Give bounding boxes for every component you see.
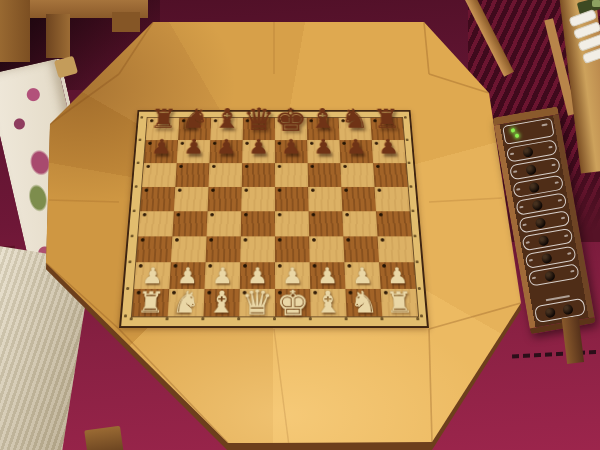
console-label-mark: [558, 199, 562, 202]
square-c5[interactable]: [208, 187, 242, 211]
square-e5[interactable]: [275, 187, 309, 211]
piece-white-rook[interactable]: ♜: [379, 288, 420, 318]
square-a4[interactable]: [138, 211, 174, 236]
square-h6[interactable]: [373, 163, 408, 187]
square-g5[interactable]: [341, 187, 376, 211]
console-button[interactable]: [525, 164, 537, 176]
piece-black-pawn[interactable]: ♟: [306, 135, 341, 159]
console-leg: [562, 316, 584, 364]
console-button[interactable]: [522, 146, 534, 158]
square-a7[interactable]: ♟: [144, 140, 178, 163]
square-a3[interactable]: [136, 236, 172, 262]
console-button[interactable]: [532, 199, 544, 211]
cable-on-carpet: [512, 350, 600, 359]
square-b1[interactable]: ♞: [168, 289, 205, 316]
piece-white-queen[interactable]: ♛: [237, 288, 276, 318]
console-label-mark: [532, 277, 536, 280]
console-label-mark: [529, 259, 533, 262]
piece-white-king[interactable]: ♚: [273, 288, 312, 318]
square-a1[interactable]: ♜: [132, 289, 169, 316]
square-d3[interactable]: [240, 236, 275, 262]
square-b6[interactable]: [175, 163, 209, 187]
square-g3[interactable]: [343, 236, 379, 262]
square-g1[interactable]: ♞: [345, 289, 382, 316]
piece-white-bishop[interactable]: ♝: [202, 288, 242, 318]
console-label-mark: [526, 241, 530, 244]
square-e6[interactable]: [275, 163, 308, 187]
square-d5[interactable]: [241, 187, 275, 211]
console-label-mark: [522, 223, 526, 226]
photo-scene: ♜♞♝♛♚♝♞♜♟♟♟♟♟♟♟♟♟♟♟♟♟♟♟♟♜♞♝♛♚♝♞♜: [0, 0, 600, 450]
led-indicator: [511, 128, 516, 133]
cabinet-leg: [46, 14, 70, 58]
square-h4[interactable]: [376, 211, 412, 236]
piece-white-knight[interactable]: ♞: [344, 288, 385, 318]
console-label-mark: [541, 123, 547, 126]
square-b5[interactable]: [174, 187, 209, 211]
square-e4[interactable]: [275, 211, 309, 236]
cabinet-leg: [112, 12, 140, 32]
square-c1[interactable]: ♝: [203, 289, 239, 316]
margin-pin-dot: [133, 210, 136, 213]
margin-pin-dot: [409, 185, 412, 187]
margin-pin-dot: [408, 162, 411, 164]
square-d1[interactable]: ♛: [239, 289, 275, 316]
cabinet-corner: [0, 0, 30, 62]
square-f7[interactable]: ♟: [307, 140, 340, 163]
square-f3[interactable]: [309, 236, 344, 262]
square-a5[interactable]: [140, 187, 175, 211]
square-e3[interactable]: [275, 236, 310, 262]
console-label-mark: [555, 181, 559, 184]
square-f1[interactable]: ♝: [310, 289, 346, 316]
console-label-mark: [519, 206, 523, 209]
square-g4[interactable]: [342, 211, 377, 236]
square-d7[interactable]: ♟: [242, 140, 275, 163]
console-label-mark: [570, 270, 574, 273]
margin-pin-dot: [420, 314, 423, 317]
square-f4[interactable]: [309, 211, 344, 236]
margin-pin-dot: [124, 314, 127, 317]
square-e1[interactable]: ♚: [275, 289, 311, 316]
margin-pin-dot: [416, 260, 419, 263]
square-c4[interactable]: [207, 211, 242, 236]
square-d6[interactable]: [242, 163, 275, 187]
piece-black-pawn[interactable]: ♟: [338, 135, 373, 159]
piece-black-pawn[interactable]: ♟: [241, 135, 275, 159]
square-f5[interactable]: [308, 187, 342, 211]
chess-board: ♜♞♝♛♚♝♞♜♟♟♟♟♟♟♟♟♟♟♟♟♟♟♟♟♜♞♝♛♚♝♞♜: [119, 110, 429, 328]
margin-pin-dot: [413, 235, 416, 238]
console-label-mark: [567, 252, 571, 255]
margin-pin-dot: [411, 210, 414, 213]
console-label-mark: [564, 234, 568, 237]
stool-foot: [84, 426, 124, 450]
square-c6[interactable]: [209, 163, 243, 187]
square-b4[interactable]: [172, 211, 207, 236]
console-button[interactable]: [544, 270, 556, 282]
square-f6[interactable]: [308, 163, 342, 187]
piece-black-pawn[interactable]: ♟: [176, 135, 211, 159]
square-c3[interactable]: [206, 236, 241, 262]
console-label-mark: [551, 164, 555, 167]
square-h1[interactable]: ♜: [381, 289, 418, 316]
square-h7[interactable]: ♟: [372, 140, 406, 163]
console-button[interactable]: [545, 306, 557, 318]
square-d4[interactable]: [241, 211, 275, 236]
piece-black-rook[interactable]: ♜: [366, 105, 407, 132]
console-label-mark: [516, 188, 520, 191]
margin-pin-dot: [135, 185, 138, 187]
piece-white-bishop[interactable]: ♝: [308, 288, 348, 318]
square-g6[interactable]: [340, 163, 374, 187]
piece-black-pawn[interactable]: ♟: [274, 135, 308, 159]
console-button[interactable]: [535, 217, 547, 229]
piece-black-pawn[interactable]: ♟: [209, 135, 244, 159]
square-a6[interactable]: [142, 163, 177, 187]
margin-pin-dot: [140, 116, 143, 118]
piece-black-pawn[interactable]: ♟: [371, 135, 407, 159]
margin-pin-dot: [137, 162, 140, 164]
piece-black-pawn[interactable]: ♟: [143, 135, 179, 159]
margin-pin-dot: [131, 235, 134, 238]
console-label-mark: [510, 153, 514, 156]
square-g7[interactable]: ♟: [339, 140, 373, 163]
board-grid: ♜♞♝♛♚♝♞♜♟♟♟♟♟♟♟♟♟♟♟♟♟♟♟♟♜♞♝♛♚♝♞♜: [131, 117, 419, 317]
margin-pin-dot: [139, 139, 142, 141]
square-e7[interactable]: ♟: [275, 140, 308, 163]
shelf-object: [592, 0, 600, 7]
square-b7[interactable]: ♟: [177, 140, 211, 163]
square-c7[interactable]: ♟: [209, 140, 242, 163]
square-h5[interactable]: [375, 187, 410, 211]
console-label-mark: [513, 170, 517, 173]
piece-white-knight[interactable]: ♞: [166, 288, 207, 318]
console-button[interactable]: [529, 181, 541, 193]
margin-pin-dot: [128, 260, 131, 263]
margin-pin-dot: [406, 139, 409, 141]
square-b3[interactable]: [171, 236, 207, 262]
console-label-mark: [561, 217, 565, 220]
square-h3[interactable]: [378, 236, 414, 262]
console-button[interactable]: [562, 303, 574, 315]
piece-white-rook[interactable]: ♜: [130, 288, 171, 318]
console-button[interactable]: [541, 252, 553, 264]
led-indicator: [515, 133, 520, 138]
margin-pin-dot: [126, 287, 129, 290]
console-button[interactable]: [538, 234, 550, 246]
margin-pin-dot: [418, 287, 421, 290]
console-label-mark: [548, 146, 552, 149]
